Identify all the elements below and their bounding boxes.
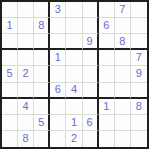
- cell-r7c5[interactable]: [66, 99, 82, 115]
- cell-r5c6[interactable]: [83, 66, 99, 82]
- cell-r8c9[interactable]: [131, 115, 147, 131]
- cell-r2c7[interactable]: 6: [99, 18, 115, 34]
- cell-r3c3[interactable]: [34, 34, 50, 50]
- cell-r7c6[interactable]: [83, 99, 99, 115]
- cell-r5c1[interactable]: 5: [2, 66, 18, 82]
- cell-r4c7[interactable]: [99, 50, 115, 66]
- cell-r8c7[interactable]: [99, 115, 115, 131]
- cell-r7c8[interactable]: [115, 99, 131, 115]
- cell-r5c2[interactable]: 2: [18, 66, 34, 82]
- cell-r9c6[interactable]: [83, 131, 99, 147]
- cell-r6c5[interactable]: 4: [66, 83, 82, 99]
- cell-r1c8[interactable]: 7: [115, 2, 131, 18]
- cell-r9c4[interactable]: [50, 131, 66, 147]
- cell-r3c6[interactable]: 9: [83, 34, 99, 50]
- cell-r2c3[interactable]: 8: [34, 18, 50, 34]
- cell-r9c8[interactable]: [115, 131, 131, 147]
- cell-r8c3[interactable]: 5: [34, 115, 50, 131]
- cell-r1c6[interactable]: [83, 2, 99, 18]
- cell-r3c5[interactable]: [66, 34, 82, 50]
- cell-r3c4[interactable]: [50, 34, 66, 50]
- cell-r4c8[interactable]: [115, 50, 131, 66]
- cell-r9c1[interactable]: [2, 131, 18, 147]
- cell-r5c8[interactable]: [115, 66, 131, 82]
- cell-r9c5[interactable]: 2: [66, 131, 82, 147]
- cell-r7c2[interactable]: 4: [18, 99, 34, 115]
- cell-r6c2[interactable]: [18, 83, 34, 99]
- cell-r2c5[interactable]: [66, 18, 82, 34]
- cell-r9c2[interactable]: 8: [18, 131, 34, 147]
- cell-r3c7[interactable]: [99, 34, 115, 50]
- cell-r2c9[interactable]: [131, 18, 147, 34]
- cell-r5c9[interactable]: 9: [131, 66, 147, 82]
- cell-r6c4[interactable]: 6: [50, 83, 66, 99]
- cell-r1c4[interactable]: 3: [50, 2, 66, 18]
- cell-r6c9[interactable]: [131, 83, 147, 99]
- cell-r8c8[interactable]: [115, 115, 131, 131]
- cell-r2c6[interactable]: [83, 18, 99, 34]
- cell-r4c6[interactable]: [83, 50, 99, 66]
- cell-r8c1[interactable]: [2, 115, 18, 131]
- cell-r7c4[interactable]: [50, 99, 66, 115]
- cell-r9c7[interactable]: [99, 131, 115, 147]
- cell-r1c2[interactable]: [18, 2, 34, 18]
- cell-r8c2[interactable]: [18, 115, 34, 131]
- cell-r9c9[interactable]: [131, 131, 147, 147]
- cell-r4c9[interactable]: 7: [131, 50, 147, 66]
- cell-r3c9[interactable]: [131, 34, 147, 50]
- cell-r7c9[interactable]: 8: [131, 99, 147, 115]
- cell-r4c3[interactable]: [34, 50, 50, 66]
- cell-r3c1[interactable]: [2, 34, 18, 50]
- cell-r3c2[interactable]: [18, 34, 34, 50]
- cell-r8c4[interactable]: [50, 115, 66, 131]
- cell-r7c3[interactable]: [34, 99, 50, 115]
- cell-r6c7[interactable]: [99, 83, 115, 99]
- cell-r2c2[interactable]: [18, 18, 34, 34]
- cell-r6c3[interactable]: [34, 83, 50, 99]
- cell-r1c3[interactable]: [34, 2, 50, 18]
- cell-r2c4[interactable]: [50, 18, 66, 34]
- cell-r4c2[interactable]: [18, 50, 34, 66]
- cell-r3c8[interactable]: 8: [115, 34, 131, 50]
- cell-r4c4[interactable]: 1: [50, 50, 66, 66]
- cell-r1c7[interactable]: [99, 2, 115, 18]
- cell-r4c5[interactable]: [66, 50, 82, 66]
- cell-r1c5[interactable]: [66, 2, 82, 18]
- cell-r5c5[interactable]: [66, 66, 82, 82]
- cell-r8c6[interactable]: 6: [83, 115, 99, 131]
- cell-r4c1[interactable]: [2, 50, 18, 66]
- cell-r5c4[interactable]: [50, 66, 66, 82]
- cell-r9c3[interactable]: [34, 131, 50, 147]
- cell-r7c7[interactable]: 1: [99, 99, 115, 115]
- cell-r7c1[interactable]: [2, 99, 18, 115]
- cell-r6c8[interactable]: [115, 83, 131, 99]
- cell-r6c1[interactable]: [2, 83, 18, 99]
- cell-r2c1[interactable]: 1: [2, 18, 18, 34]
- cell-r8c5[interactable]: 1: [66, 115, 82, 131]
- cell-r5c3[interactable]: [34, 66, 50, 82]
- sudoku-board: 3718698175296441851682: [0, 0, 149, 149]
- cell-r1c1[interactable]: [2, 2, 18, 18]
- cell-r1c9[interactable]: [131, 2, 147, 18]
- cell-r2c8[interactable]: [115, 18, 131, 34]
- cell-r5c7[interactable]: [99, 66, 115, 82]
- cell-r6c6[interactable]: [83, 83, 99, 99]
